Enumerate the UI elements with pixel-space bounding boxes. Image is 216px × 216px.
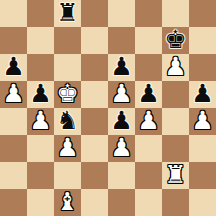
square-e5[interactable]: ♟ (108, 81, 135, 108)
square-c4[interactable]: ♞ (54, 108, 81, 135)
square-a2[interactable] (0, 162, 27, 189)
square-g5[interactable] (162, 81, 189, 108)
piece-white-pawn[interactable]: ♟ (164, 54, 186, 80)
square-c6[interactable] (54, 54, 81, 81)
square-b2[interactable] (27, 162, 54, 189)
square-a7[interactable] (0, 27, 27, 54)
square-e4[interactable]: ♟ (108, 108, 135, 135)
square-d2[interactable] (81, 162, 108, 189)
piece-white-pawn[interactable]: ♟ (191, 108, 213, 134)
square-a6[interactable]: ♟ (0, 54, 27, 81)
square-f1[interactable] (135, 189, 162, 216)
square-g6[interactable]: ♟ (162, 54, 189, 81)
square-e1[interactable] (108, 189, 135, 216)
square-f5[interactable]: ♟ (135, 81, 162, 108)
piece-white-pawn[interactable]: ♟ (137, 108, 159, 134)
square-g2[interactable]: ♜ (162, 162, 189, 189)
square-g4[interactable] (162, 108, 189, 135)
square-a8[interactable] (0, 0, 27, 27)
square-e8[interactable] (108, 0, 135, 27)
piece-black-pawn[interactable]: ♟ (137, 81, 159, 107)
square-h4[interactable]: ♟ (189, 108, 216, 135)
piece-black-pawn[interactable]: ♟ (110, 108, 132, 134)
piece-black-knight[interactable]: ♞ (56, 108, 78, 134)
piece-black-pawn[interactable]: ♟ (191, 81, 213, 107)
piece-white-pawn[interactable]: ♟ (110, 135, 132, 161)
chess-board: ♜♚♟♟♟♟♟♚♟♟♟♟♞♟♟♟♟♟♜♝ (0, 0, 216, 216)
square-d6[interactable] (81, 54, 108, 81)
square-a3[interactable] (0, 135, 27, 162)
square-f7[interactable] (135, 27, 162, 54)
square-h6[interactable] (189, 54, 216, 81)
square-d4[interactable] (81, 108, 108, 135)
square-b6[interactable] (27, 54, 54, 81)
square-f6[interactable] (135, 54, 162, 81)
square-h7[interactable] (189, 27, 216, 54)
square-c3[interactable]: ♟ (54, 135, 81, 162)
square-e7[interactable] (108, 27, 135, 54)
square-b7[interactable] (27, 27, 54, 54)
piece-white-pawn[interactable]: ♟ (2, 81, 24, 107)
square-a1[interactable] (0, 189, 27, 216)
square-h5[interactable]: ♟ (189, 81, 216, 108)
square-b3[interactable] (27, 135, 54, 162)
piece-white-pawn[interactable]: ♟ (56, 135, 78, 161)
square-d5[interactable] (81, 81, 108, 108)
square-g8[interactable] (162, 0, 189, 27)
square-e6[interactable]: ♟ (108, 54, 135, 81)
piece-black-king[interactable]: ♚ (164, 27, 186, 53)
piece-white-bishop[interactable]: ♝ (56, 189, 78, 215)
piece-black-pawn[interactable]: ♟ (2, 54, 24, 80)
square-d1[interactable] (81, 189, 108, 216)
square-h2[interactable] (189, 162, 216, 189)
square-f3[interactable] (135, 135, 162, 162)
square-f4[interactable]: ♟ (135, 108, 162, 135)
square-f2[interactable] (135, 162, 162, 189)
square-d8[interactable] (81, 0, 108, 27)
piece-black-pawn[interactable]: ♟ (29, 81, 51, 107)
piece-black-rook[interactable]: ♜ (56, 0, 78, 26)
square-a4[interactable] (0, 108, 27, 135)
square-a5[interactable]: ♟ (0, 81, 27, 108)
square-g7[interactable]: ♚ (162, 27, 189, 54)
square-b4[interactable]: ♟ (27, 108, 54, 135)
square-c2[interactable] (54, 162, 81, 189)
square-e3[interactable]: ♟ (108, 135, 135, 162)
square-h8[interactable] (189, 0, 216, 27)
square-d3[interactable] (81, 135, 108, 162)
square-g3[interactable] (162, 135, 189, 162)
square-b1[interactable] (27, 189, 54, 216)
square-h1[interactable] (189, 189, 216, 216)
square-c1[interactable]: ♝ (54, 189, 81, 216)
piece-black-pawn[interactable]: ♟ (110, 54, 132, 80)
square-c5[interactable]: ♚ (54, 81, 81, 108)
square-h3[interactable] (189, 135, 216, 162)
square-d7[interactable] (81, 27, 108, 54)
square-e2[interactable] (108, 162, 135, 189)
square-b8[interactable] (27, 0, 54, 27)
piece-white-pawn[interactable]: ♟ (110, 81, 132, 107)
piece-white-king[interactable]: ♚ (56, 81, 78, 107)
square-g1[interactable] (162, 189, 189, 216)
square-c7[interactable] (54, 27, 81, 54)
piece-white-rook[interactable]: ♜ (164, 162, 186, 188)
square-f8[interactable] (135, 0, 162, 27)
square-b5[interactable]: ♟ (27, 81, 54, 108)
piece-white-pawn[interactable]: ♟ (29, 108, 51, 134)
square-c8[interactable]: ♜ (54, 0, 81, 27)
